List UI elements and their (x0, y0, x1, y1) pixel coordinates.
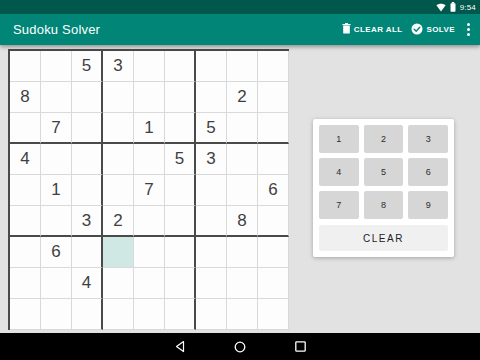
check-circle-icon (411, 23, 423, 37)
sudoku-cell-r4c5[interactable] (134, 144, 165, 175)
sudoku-cell-r4c4[interactable] (103, 144, 134, 175)
sudoku-cell-r9c1[interactable] (10, 299, 41, 330)
sudoku-cell-r4c6[interactable]: 5 (165, 144, 196, 175)
sudoku-cell-r1c8[interactable] (227, 51, 258, 82)
app-bar-actions: CLEAR ALL SOLVE (342, 21, 480, 38)
sudoku-cell-r2c6[interactable] (165, 82, 196, 113)
clock-text: 9:54 (460, 3, 476, 12)
sudoku-cell-r2c5[interactable] (134, 82, 165, 113)
sudoku-cell-r3c8[interactable] (227, 113, 258, 144)
sudoku-cell-r3c7[interactable]: 5 (196, 113, 227, 144)
numpad-key-8[interactable]: 8 (364, 191, 404, 219)
sudoku-cell-r7c6[interactable] (165, 237, 196, 268)
sudoku-cell-r3c9[interactable] (258, 113, 289, 144)
sudoku-cell-r8c4[interactable] (103, 268, 134, 299)
sudoku-cell-r1c6[interactable] (165, 51, 196, 82)
sudoku-cell-r8c1[interactable] (10, 268, 41, 299)
sudoku-cell-r5c7[interactable] (196, 175, 227, 206)
trash-icon (342, 23, 351, 36)
sudoku-cell-r5c2[interactable]: 1 (41, 175, 72, 206)
sudoku-cell-r1c9[interactable] (258, 51, 289, 82)
sudoku-cell-r3c6[interactable] (165, 113, 196, 144)
solve-label: SOLVE (426, 25, 455, 34)
sudoku-cell-r9c4[interactable] (103, 299, 134, 330)
sudoku-cell-r7c3[interactable] (72, 237, 103, 268)
sudoku-cell-r1c2[interactable] (41, 51, 72, 82)
sudoku-cell-r7c5[interactable] (134, 237, 165, 268)
sudoku-cell-r7c2[interactable]: 6 (41, 237, 72, 268)
sudoku-cell-r5c5[interactable]: 7 (134, 175, 165, 206)
sudoku-cell-r9c7[interactable] (196, 299, 227, 330)
sudoku-cell-r2c1[interactable]: 8 (10, 82, 41, 113)
sudoku-cell-r5c9[interactable]: 6 (258, 175, 289, 206)
sudoku-cell-r6c4[interactable]: 2 (103, 206, 134, 237)
sudoku-cell-r2c9[interactable] (258, 82, 289, 113)
sudoku-cell-r5c1[interactable] (10, 175, 41, 206)
sudoku-cell-r1c4[interactable]: 3 (103, 51, 134, 82)
recents-icon[interactable] (293, 340, 307, 354)
sudoku-cell-r1c3[interactable]: 5 (72, 51, 103, 82)
solve-button[interactable]: SOLVE (411, 23, 455, 37)
sudoku-cell-r8c7[interactable] (196, 268, 227, 299)
sudoku-cell-r2c3[interactable] (72, 82, 103, 113)
sudoku-cell-r1c1[interactable] (10, 51, 41, 82)
back-icon[interactable] (173, 340, 187, 354)
sudoku-solver-screen: 9:54 Sudoku Solver CLEAR ALL SOLVE 53827… (0, 0, 480, 360)
sudoku-cell-r4c3[interactable] (72, 144, 103, 175)
sudoku-cell-r4c1[interactable]: 4 (10, 144, 41, 175)
sudoku-cell-r7c7[interactable] (196, 237, 227, 268)
sudoku-cell-r2c4[interactable] (103, 82, 134, 113)
sudoku-cell-r4c7[interactable]: 3 (196, 144, 227, 175)
sudoku-cell-r6c6[interactable] (165, 206, 196, 237)
numpad-card: 123456789 CLEAR (313, 119, 454, 257)
sudoku-cell-r5c8[interactable] (227, 175, 258, 206)
sudoku-cell-r5c6[interactable] (165, 175, 196, 206)
numpad-key-1[interactable]: 1 (319, 125, 359, 153)
numpad-key-2[interactable]: 2 (364, 125, 404, 153)
sudoku-cell-r7c1[interactable] (10, 237, 41, 268)
page-title: Sudoku Solver (13, 22, 100, 37)
sudoku-cell-r7c4[interactable] (103, 237, 134, 268)
sudoku-cell-r6c9[interactable] (258, 206, 289, 237)
sudoku-cell-r8c2[interactable] (41, 268, 72, 299)
app-bar: Sudoku Solver CLEAR ALL SOLVE (0, 14, 480, 45)
numpad-key-4[interactable]: 4 (319, 158, 359, 186)
sudoku-cell-r6c2[interactable] (41, 206, 72, 237)
sudoku-cell-r9c5[interactable] (134, 299, 165, 330)
sudoku-cell-r2c2[interactable] (41, 82, 72, 113)
sudoku-cell-r8c6[interactable] (165, 268, 196, 299)
sudoku-cell-r9c3[interactable] (72, 299, 103, 330)
sudoku-cell-r8c3[interactable]: 4 (72, 268, 103, 299)
clear-all-button[interactable]: CLEAR ALL (342, 23, 403, 36)
sudoku-cell-r2c7[interactable] (196, 82, 227, 113)
sudoku-cell-r8c8[interactable] (227, 268, 258, 299)
sudoku-cell-r9c9[interactable] (258, 299, 289, 330)
clear-button[interactable]: CLEAR (319, 225, 448, 251)
sudoku-cell-r6c7[interactable] (196, 206, 227, 237)
sudoku-cell-r3c2[interactable]: 7 (41, 113, 72, 144)
battery-icon (450, 0, 456, 16)
sudoku-cell-r9c2[interactable] (41, 299, 72, 330)
sudoku-cell-r1c5[interactable] (134, 51, 165, 82)
sudoku-cell-r3c1[interactable] (10, 113, 41, 144)
numpad-key-9[interactable]: 9 (408, 191, 448, 219)
sudoku-cell-r3c4[interactable] (103, 113, 134, 144)
navigation-bar (0, 333, 480, 360)
clear-all-label: CLEAR ALL (354, 25, 403, 34)
sudoku-cell-r6c5[interactable] (134, 206, 165, 237)
sudoku-cell-r8c9[interactable] (258, 268, 289, 299)
sudoku-cell-r7c8[interactable] (227, 237, 258, 268)
sudoku-cell-r9c6[interactable] (165, 299, 196, 330)
sudoku-cell-r5c4[interactable] (103, 175, 134, 206)
sudoku-cell-r4c9[interactable] (258, 144, 289, 175)
numpad-key-6[interactable]: 6 (408, 158, 448, 186)
numpad-key-5[interactable]: 5 (364, 158, 404, 186)
sudoku-cell-r3c3[interactable] (72, 113, 103, 144)
sudoku-cell-r8c5[interactable] (134, 268, 165, 299)
wifi-icon (436, 0, 446, 16)
sudoku-cell-r4c2[interactable] (41, 144, 72, 175)
sudoku-cell-r1c7[interactable] (196, 51, 227, 82)
sudoku-cell-r6c1[interactable] (10, 206, 41, 237)
sudoku-board: 538271545317632864 (8, 49, 289, 330)
sudoku-cell-r9c8[interactable] (227, 299, 258, 330)
sudoku-cell-r4c8[interactable] (227, 144, 258, 175)
numpad-key-3[interactable]: 3 (408, 125, 448, 153)
sudoku-cell-r3c5[interactable]: 1 (134, 113, 165, 144)
numpad-keys: 123456789 (319, 125, 448, 219)
numpad-key-7[interactable]: 7 (319, 191, 359, 219)
sudoku-cell-r5c3[interactable] (72, 175, 103, 206)
overflow-menu-icon[interactable] (464, 21, 473, 38)
sudoku-cell-r6c8[interactable]: 8 (227, 206, 258, 237)
home-icon[interactable] (233, 340, 247, 354)
status-bar: 9:54 (0, 0, 480, 14)
sudoku-cell-r6c3[interactable]: 3 (72, 206, 103, 237)
sudoku-cell-r7c9[interactable] (258, 237, 289, 268)
sudoku-cell-r2c8[interactable]: 2 (227, 82, 258, 113)
